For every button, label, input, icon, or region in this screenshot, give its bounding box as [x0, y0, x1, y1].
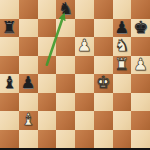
- square-a1[interactable]: [0, 130, 19, 149]
- piece-white-pawn-e6[interactable]: ♟: [75, 37, 94, 56]
- square-g2[interactable]: [113, 111, 132, 130]
- piece-black-king-h7[interactable]: ♚: [131, 19, 150, 38]
- square-e4[interactable]: [75, 74, 94, 93]
- square-a7[interactable]: ♜: [0, 19, 19, 38]
- square-h1[interactable]: [131, 130, 150, 149]
- square-c1[interactable]: [38, 130, 57, 149]
- square-c5[interactable]: [38, 56, 57, 75]
- square-f1[interactable]: [94, 130, 113, 149]
- square-c3[interactable]: [38, 93, 57, 112]
- square-d2[interactable]: [56, 111, 75, 130]
- square-g7[interactable]: ♟: [113, 19, 132, 38]
- square-d7[interactable]: [56, 19, 75, 38]
- piece-black-pawn-b4[interactable]: ♟: [19, 74, 38, 93]
- square-g4[interactable]: [113, 74, 132, 93]
- square-f3[interactable]: [94, 93, 113, 112]
- square-d6[interactable]: [56, 37, 75, 56]
- square-g8[interactable]: [113, 0, 132, 19]
- square-g5[interactable]: ♜: [113, 56, 132, 75]
- chess-board-grid: ♞♜♟♚♟♞♜♟♝♟♚♝: [0, 0, 150, 148]
- square-b5[interactable]: [19, 56, 38, 75]
- square-d5[interactable]: [56, 56, 75, 75]
- square-e6[interactable]: ♟: [75, 37, 94, 56]
- piece-white-bishop-b2[interactable]: ♝: [19, 111, 38, 130]
- square-g6[interactable]: ♞: [113, 37, 132, 56]
- square-f7[interactable]: [94, 19, 113, 38]
- square-e1[interactable]: [75, 130, 94, 149]
- square-b1[interactable]: [19, 130, 38, 149]
- chess-board: ♞♜♟♚♟♞♜♟♝♟♚♝: [0, 0, 150, 150]
- square-b7[interactable]: [19, 19, 38, 38]
- square-h7[interactable]: ♚: [131, 19, 150, 38]
- square-a4[interactable]: ♝: [0, 74, 19, 93]
- square-a3[interactable]: [0, 93, 19, 112]
- square-e5[interactable]: [75, 56, 94, 75]
- square-e2[interactable]: [75, 111, 94, 130]
- board-bottom-edge: [0, 148, 150, 150]
- piece-white-king-f4[interactable]: ♚: [94, 74, 113, 93]
- square-e7[interactable]: [75, 19, 94, 38]
- piece-black-knight-d8[interactable]: ♞: [56, 0, 75, 19]
- square-f8[interactable]: [94, 0, 113, 19]
- square-c4[interactable]: [38, 74, 57, 93]
- square-c7[interactable]: [38, 19, 57, 38]
- square-g1[interactable]: [113, 130, 132, 149]
- square-c8[interactable]: [38, 0, 57, 19]
- square-a8[interactable]: [0, 0, 19, 19]
- square-e8[interactable]: [75, 0, 94, 19]
- square-h2[interactable]: [131, 111, 150, 130]
- square-a2[interactable]: [0, 111, 19, 130]
- square-d1[interactable]: [56, 130, 75, 149]
- piece-black-bishop-a4[interactable]: ♝: [0, 74, 19, 93]
- square-h6[interactable]: [131, 37, 150, 56]
- square-f5[interactable]: [94, 56, 113, 75]
- square-b3[interactable]: [19, 93, 38, 112]
- piece-white-rook-g5[interactable]: ♜: [113, 56, 132, 75]
- square-h4[interactable]: [131, 74, 150, 93]
- square-d8[interactable]: ♞: [56, 0, 75, 19]
- square-b4[interactable]: ♟: [19, 74, 38, 93]
- square-d3[interactable]: [56, 93, 75, 112]
- square-c2[interactable]: [38, 111, 57, 130]
- square-d4[interactable]: [56, 74, 75, 93]
- piece-black-pawn-g7[interactable]: ♟: [113, 19, 132, 38]
- square-f4[interactable]: ♚: [94, 74, 113, 93]
- square-h8[interactable]: [131, 0, 150, 19]
- square-b8[interactable]: [19, 0, 38, 19]
- piece-white-pawn-h5[interactable]: ♟: [131, 56, 150, 75]
- square-f2[interactable]: [94, 111, 113, 130]
- square-h5[interactable]: ♟: [131, 56, 150, 75]
- square-a5[interactable]: [0, 56, 19, 75]
- square-f6[interactable]: [94, 37, 113, 56]
- square-c6[interactable]: [38, 37, 57, 56]
- square-h3[interactable]: [131, 93, 150, 112]
- square-a6[interactable]: [0, 37, 19, 56]
- square-e3[interactable]: [75, 93, 94, 112]
- square-b6[interactable]: [19, 37, 38, 56]
- piece-black-rook-a7[interactable]: ♜: [0, 19, 19, 38]
- piece-white-knight-g6[interactable]: ♞: [113, 37, 132, 56]
- square-g3[interactable]: [113, 93, 132, 112]
- square-b2[interactable]: ♝: [19, 111, 38, 130]
